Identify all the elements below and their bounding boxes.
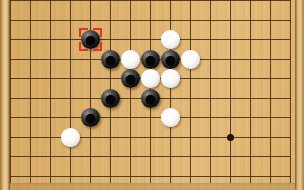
gomoku-board[interactable]: ●●●●●●●●○○○○○○○ — [0, 0, 304, 190]
board-side-edge-bottom — [9, 183, 296, 190]
black-stone: ● — [141, 89, 160, 108]
black-stone: ● — [141, 50, 160, 69]
black-stone: ● — [81, 30, 100, 49]
black-stone: ● — [101, 89, 120, 108]
white-stone: ○ — [161, 108, 180, 127]
board-side-edge-left — [0, 0, 10, 190]
stones-layer: ●●●●●●●●○○○○○○○ — [0, 0, 300, 186]
board-side-edge-right — [295, 0, 304, 190]
white-stone: ○ — [61, 128, 80, 147]
black-stone: ● — [121, 69, 140, 88]
white-stone: ○ — [141, 69, 160, 88]
white-stone: ○ — [121, 50, 140, 69]
white-stone: ○ — [161, 69, 180, 88]
black-stone: ● — [101, 50, 120, 69]
black-stone: ● — [161, 50, 180, 69]
star-point — [227, 134, 234, 141]
white-stone: ○ — [181, 50, 200, 69]
black-stone: ● — [81, 108, 100, 127]
white-stone: ○ — [161, 30, 180, 49]
